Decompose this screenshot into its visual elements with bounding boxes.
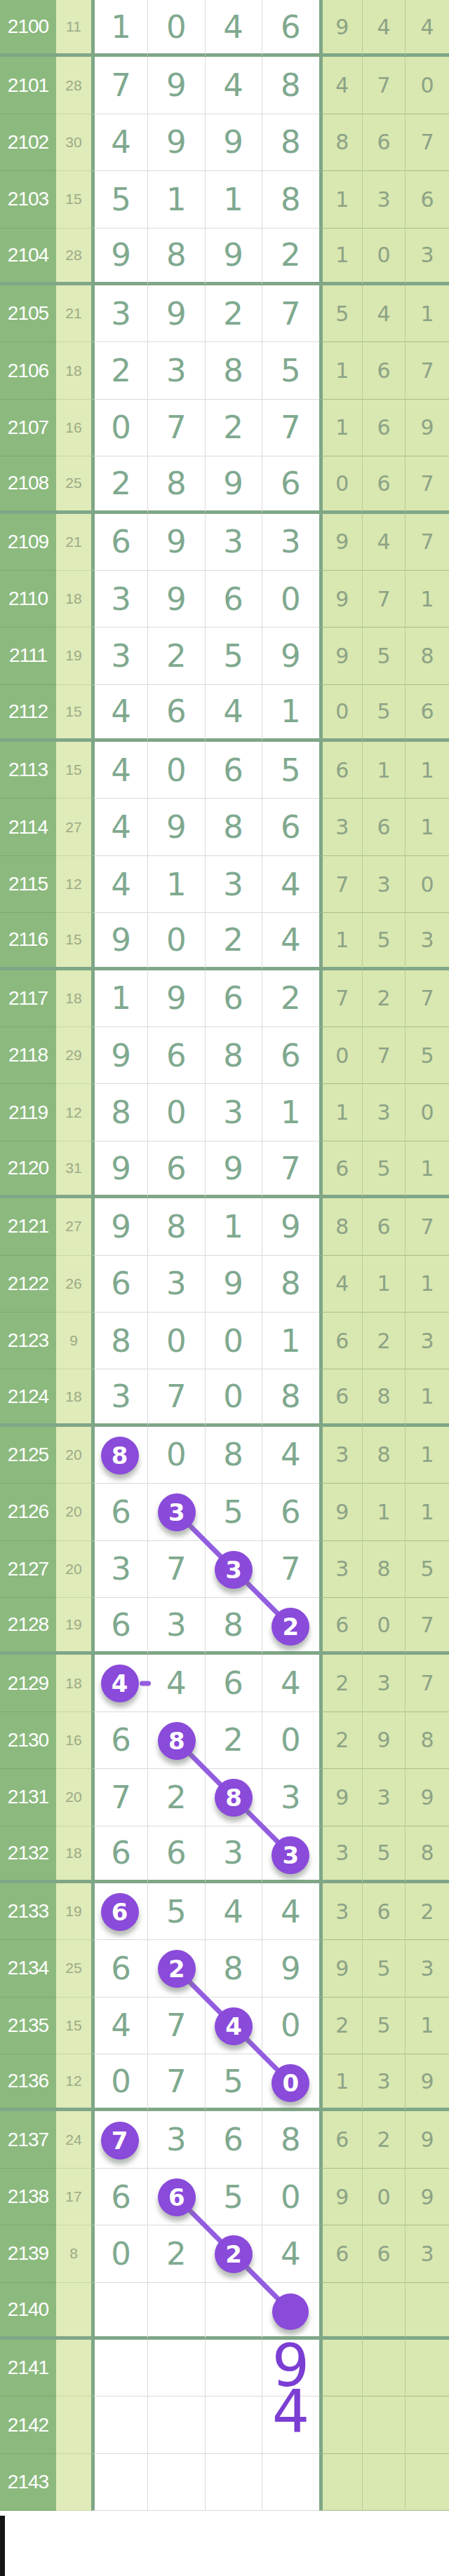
aux-digit-cell: 0 (406, 57, 449, 114)
aux-digit-cell: 9 (319, 1769, 363, 1826)
aux-digit-cell: 1 (319, 913, 363, 970)
sum-cell: 25 (56, 456, 91, 513)
aux-digit-cell: 6 (406, 171, 449, 228)
main-digit-cell: 9 (148, 57, 205, 114)
sum-cell: 15 (56, 1998, 91, 2054)
sum-cell: 19 (56, 1598, 91, 1655)
aux-digit-cell: 4 (363, 514, 406, 571)
period-cell: 2111 (0, 628, 56, 684)
period-cell: 2130 (0, 1712, 56, 1769)
main-digit-cell: 9 (148, 114, 205, 171)
aux-digit-cell: 9 (319, 514, 363, 571)
main-digit-cell: 5 (91, 171, 148, 228)
aux-digit-cell: 0 (319, 1027, 363, 1084)
main-digit-cell: 3 (262, 514, 319, 571)
aux-digit-cell: 2 (363, 1313, 406, 1369)
period-cell: 2121 (0, 1198, 56, 1255)
main-digit-cell: 4 (262, 2225, 319, 2282)
aux-digit-cell: 6 (363, 400, 406, 456)
trend-circle: 2 (272, 1608, 309, 1646)
sum-cell: 18 (56, 970, 91, 1027)
aux-digit-cell: 2 (319, 1998, 363, 2054)
main-digit-cell: 3 (91, 1369, 148, 1426)
aux-digit-cell: 3 (319, 1883, 363, 1940)
period-cell: 2143 (0, 2454, 56, 2511)
aux-digit-cell (363, 2397, 406, 2453)
main-digit-cell: 0 (206, 1313, 262, 1369)
main-digit-cell (91, 2283, 148, 2340)
main-digit-cell: 6 (262, 456, 319, 513)
aux-digit-cell: 3 (319, 1541, 363, 1598)
sum-cell: 21 (56, 514, 91, 571)
aux-digit-cell: 2 (319, 1712, 363, 1769)
aux-digit-cell: 9 (319, 1940, 363, 1997)
aux-digit-cell: 6 (319, 1369, 363, 1426)
sum-cell: 31 (56, 1141, 91, 1198)
trend-circle: 3 (272, 1836, 309, 1874)
aux-digit-cell: 0 (363, 2169, 406, 2225)
aux-digit-cell: 5 (363, 685, 406, 742)
aux-digit-cell: 0 (363, 229, 406, 285)
aux-digit-cell: 7 (319, 970, 363, 1027)
sum-cell: 20 (56, 1541, 91, 1598)
trend-circle: 8 (215, 1779, 253, 1817)
period-cell: 2131 (0, 1769, 56, 1826)
main-digit-cell: 4 (262, 1655, 319, 1711)
main-digit-cell: 2 (148, 2225, 205, 2282)
main-digit-cell: 0 (262, 571, 319, 628)
main-digit-cell (206, 2283, 262, 2340)
period-cell: 2107 (0, 400, 56, 456)
sum-cell: 15 (56, 913, 91, 970)
aux-digit-cell: 3 (319, 1826, 363, 1883)
main-digit-cell: 2 (91, 456, 148, 513)
aux-digit-cell: 6 (406, 685, 449, 742)
sum-cell: 15 (56, 685, 91, 742)
trend-dash-marker (140, 1681, 151, 1686)
main-digit-cell: 3 (91, 285, 148, 342)
aux-digit-cell (319, 2454, 363, 2511)
sum-cell (56, 2340, 91, 2397)
main-digit-cell: 9 (206, 1256, 262, 1313)
aux-digit-cell: 1 (406, 1141, 449, 1198)
main-digit-cell: 1 (206, 171, 262, 228)
aux-digit-cell: 5 (319, 285, 363, 342)
aux-digit-cell: 0 (406, 856, 449, 913)
aux-digit-cell: 2 (406, 1883, 449, 1940)
sum-cell: 21 (56, 285, 91, 342)
aux-digit-cell: 1 (406, 1484, 449, 1540)
main-digit-cell: 1 (262, 1313, 319, 1369)
sum-cell: 12 (56, 1084, 91, 1141)
aux-digit-cell: 7 (406, 1598, 449, 1655)
main-digit-cell: 3 (91, 1541, 148, 1598)
period-cell: 2134 (0, 1940, 56, 1997)
main-digit-cell: 2 (206, 285, 262, 342)
main-digit-cell (262, 2454, 319, 2511)
main-digit-cell: 3 (206, 514, 262, 571)
aux-digit-cell: 3 (363, 171, 406, 228)
main-digit-cell (206, 2340, 262, 2397)
aux-digit-cell: 9 (319, 628, 363, 684)
main-digit-cell: 9 (262, 1940, 319, 1997)
main-digit-cell (148, 2454, 205, 2511)
main-digit-cell: 8 (262, 1369, 319, 1426)
main-digit-cell: 6 (91, 2169, 148, 2225)
main-digit-cell: 3 (91, 571, 148, 628)
main-digit-cell: 5 (262, 742, 319, 799)
aux-digit-cell: 3 (319, 1427, 363, 1484)
aux-digit-cell: 1 (363, 1256, 406, 1313)
aux-digit-cell (406, 2397, 449, 2453)
sum-cell: 24 (56, 2111, 91, 2168)
main-digit-cell: 2 (206, 913, 262, 970)
main-digit-cell: 8 (206, 1027, 262, 1084)
period-cell: 2106 (0, 342, 56, 399)
aux-digit-cell: 8 (406, 628, 449, 684)
main-digit-cell: 0 (262, 2169, 319, 2225)
period-cell: 2126 (0, 1484, 56, 1540)
aux-digit-cell: 5 (363, 1940, 406, 1997)
trend-table: 2100111046944210128794847021023049988672… (0, 0, 449, 2511)
period-cell: 2103 (0, 171, 56, 228)
sum-cell: 17 (56, 2169, 91, 2225)
main-digit-cell: 0 (262, 1998, 319, 2054)
aux-digit-cell: 6 (319, 2111, 363, 2168)
main-digit-cell: 0 (91, 2225, 148, 2282)
trend-circle: 4 (101, 1665, 139, 1702)
aux-digit-cell: 7 (406, 1198, 449, 1255)
main-digit-cell: 4 (148, 1655, 205, 1711)
sum-cell: 20 (56, 1427, 91, 1484)
main-digit-cell: 6 (148, 1027, 205, 1084)
main-digit-cell: 9 (91, 1027, 148, 1084)
period-cell: 2118 (0, 1027, 56, 1084)
main-digit-cell: 6 (91, 1598, 148, 1655)
main-digit-cell: 8 (262, 114, 319, 171)
aux-digit-cell: 7 (406, 1655, 449, 1711)
aux-digit-cell: 3 (319, 799, 363, 855)
period-cell: 2110 (0, 571, 56, 628)
period-cell: 2102 (0, 114, 56, 171)
main-digit-cell: 8 (91, 1084, 148, 1141)
main-digit-cell: 4 (91, 856, 148, 913)
aux-digit-cell: 1 (363, 1484, 406, 1540)
main-digit-cell: 3 (206, 1826, 262, 1883)
main-digit-cell: 2 (148, 1769, 205, 1826)
main-digit-cell: 1 (91, 970, 148, 1027)
main-digit-cell: 8 (262, 1256, 319, 1313)
sum-cell: 9 (56, 1313, 91, 1369)
main-digit-cell: 3 (148, 342, 205, 399)
main-digit-cell: 9 (206, 114, 262, 171)
main-digit-cell: 8 (262, 57, 319, 114)
aux-digit-cell: 3 (406, 2225, 449, 2282)
aux-digit-cell: 4 (319, 57, 363, 114)
main-digit-cell: 7 (262, 1141, 319, 1198)
main-digit-cell: 6 (262, 1484, 319, 1540)
main-digit-cell: 0 (148, 0, 205, 57)
main-digit-cell: 9 (148, 285, 205, 342)
sum-cell: 15 (56, 171, 91, 228)
aux-digit-cell: 7 (406, 114, 449, 171)
aux-digit-cell: 9 (363, 1712, 406, 1769)
sum-cell (56, 2397, 91, 2453)
main-digit-cell: 8 (91, 1313, 148, 1369)
period-cell: 2132 (0, 1826, 56, 1883)
main-digit-cell: 8 (148, 456, 205, 513)
main-digit-cell: 2 (91, 342, 148, 399)
period-cell: 2120 (0, 1141, 56, 1198)
period-cell: 2136 (0, 2054, 56, 2111)
period-cell: 2112 (0, 685, 56, 742)
trend-circle: 2 (158, 1950, 196, 1988)
aux-digit-cell: 7 (363, 571, 406, 628)
main-digit-cell: 8 (262, 2111, 319, 2168)
main-digit-cell: 9 (262, 1198, 319, 1255)
main-digit-cell: 7 (148, 2054, 205, 2111)
period-cell: 2117 (0, 970, 56, 1027)
aux-digit-cell (363, 2340, 406, 2397)
sum-cell: 27 (56, 799, 91, 855)
period-cell: 2140 (0, 2283, 56, 2340)
aux-digit-cell: 3 (406, 1940, 449, 1997)
main-digit-cell: 3 (148, 1598, 205, 1655)
sum-cell: 25 (56, 1940, 91, 1997)
main-digit-cell: 8 (206, 799, 262, 855)
sum-cell: 18 (56, 1655, 91, 1711)
main-digit-cell: 2 (262, 229, 319, 285)
period-cell: 2142 (0, 2397, 56, 2453)
aux-digit-cell (406, 2340, 449, 2397)
aux-digit-cell: 9 (319, 571, 363, 628)
aux-digit-cell: 6 (363, 456, 406, 513)
aux-digit-cell: 3 (363, 2054, 406, 2111)
period-cell: 2141 (0, 2340, 56, 2397)
main-digit-cell: 1 (148, 856, 205, 913)
sum-cell: 18 (56, 1826, 91, 1883)
period-cell: 2125 (0, 1427, 56, 1484)
main-digit-cell (206, 2397, 262, 2453)
aux-digit-cell: 3 (406, 229, 449, 285)
main-digit-cell: 8 (148, 229, 205, 285)
aux-digit-cell: 5 (406, 1541, 449, 1598)
aux-digit-cell: 3 (406, 913, 449, 970)
main-digit-cell: 8 (206, 1598, 262, 1655)
aux-digit-cell: 9 (406, 2111, 449, 2168)
sum-cell: 16 (56, 400, 91, 456)
aux-digit-cell: 8 (319, 114, 363, 171)
main-digit-cell: 6 (91, 1484, 148, 1540)
main-digit-cell: 3 (91, 628, 148, 684)
main-digit-cell: 1 (148, 171, 205, 228)
aux-digit-cell: 6 (363, 799, 406, 855)
main-digit-cell: 6 (206, 742, 262, 799)
sum-cell: 12 (56, 2054, 91, 2111)
main-digit-cell: 9 (91, 229, 148, 285)
main-digit-cell: 8 (262, 171, 319, 228)
aux-digit-cell: 8 (406, 1826, 449, 1883)
main-digit-cell: 0 (262, 1712, 319, 1769)
aux-digit-cell: 3 (363, 1769, 406, 1826)
aux-digit-cell: 0 (363, 1598, 406, 1655)
main-digit-cell: 5 (262, 342, 319, 399)
aux-digit-cell: 5 (363, 628, 406, 684)
aux-digit-cell: 8 (319, 1198, 363, 1255)
trend-circle: 3 (215, 1551, 253, 1589)
main-digit-cell: 6 (206, 1655, 262, 1711)
main-digit-cell: 1 (91, 0, 148, 57)
aux-digit-cell (319, 2397, 363, 2453)
main-digit-cell: 3 (206, 1084, 262, 1141)
period-cell: 2114 (0, 799, 56, 855)
aux-digit-cell: 1 (406, 1369, 449, 1426)
main-digit-cell: 4 (91, 1998, 148, 2054)
aux-digit-cell: 8 (363, 1369, 406, 1426)
sum-cell: 27 (56, 1198, 91, 1255)
aux-digit-cell (406, 2283, 449, 2340)
main-digit-cell: 6 (91, 1826, 148, 1883)
aux-digit-cell: 9 (406, 2054, 449, 2111)
aux-digit-cell: 0 (319, 685, 363, 742)
main-digit-cell: 0 (148, 742, 205, 799)
aux-digit-cell: 8 (363, 1541, 406, 1598)
period-cell: 2105 (0, 285, 56, 342)
aux-digit-cell: 3 (363, 1655, 406, 1711)
aux-digit-cell: 1 (319, 342, 363, 399)
main-digit-cell: 9 (148, 514, 205, 571)
trend-circle: 6 (158, 2178, 196, 2216)
main-digit-cell: 5 (206, 628, 262, 684)
main-digit-cell: 7 (148, 1369, 205, 1426)
main-digit-cell (91, 2454, 148, 2511)
main-digit-cell: 9 (91, 913, 148, 970)
aux-digit-cell: 6 (319, 742, 363, 799)
main-digit-cell: 7 (91, 1769, 148, 1826)
aux-digit-cell: 2 (363, 2111, 406, 2168)
period-cell: 2135 (0, 1998, 56, 2054)
sum-cell: 19 (56, 1883, 91, 1940)
period-cell: 2100 (0, 0, 56, 57)
main-digit-cell: 7 (148, 1998, 205, 2054)
aux-digit-cell: 6 (319, 1313, 363, 1369)
main-digit-cell: 9 (91, 1141, 148, 1198)
main-digit-cell: 6 (206, 2111, 262, 2168)
main-digit-cell: 8 (148, 1198, 205, 1255)
main-digit-cell: 4 (262, 1883, 319, 1940)
aux-digit-cell: 7 (406, 342, 449, 399)
aux-digit-cell: 4 (363, 285, 406, 342)
main-digit-cell: 9 (262, 628, 319, 684)
main-digit-cell: 9 (206, 456, 262, 513)
sum-cell (56, 2454, 91, 2511)
period-cell: 2137 (0, 2111, 56, 2168)
main-digit-cell: 6 (148, 685, 205, 742)
main-digit-cell: 3 (262, 1769, 319, 1826)
aux-digit-cell: 3 (363, 1084, 406, 1141)
main-digit-cell (91, 2340, 148, 2397)
main-digit-cell (91, 2397, 148, 2453)
main-digit-cell: 1 (262, 685, 319, 742)
aux-digit-cell: 1 (319, 229, 363, 285)
aux-digit-cell: 6 (319, 1141, 363, 1198)
main-digit-cell: 7 (262, 285, 319, 342)
forecast-digit: 4 (272, 2382, 309, 2441)
main-digit-cell: 6 (262, 0, 319, 57)
aux-digit-cell: 5 (406, 1027, 449, 1084)
period-cell: 2108 (0, 456, 56, 513)
aux-digit-cell: 4 (319, 1256, 363, 1313)
main-digit-cell: 3 (206, 856, 262, 913)
main-digit-cell: 4 (91, 799, 148, 855)
aux-digit-cell: 6 (363, 114, 406, 171)
aux-digit-cell: 1 (319, 171, 363, 228)
aux-digit-cell: 1 (406, 742, 449, 799)
main-digit-cell: 5 (206, 1484, 262, 1540)
main-digit-cell: 0 (91, 2054, 148, 2111)
period-cell: 2124 (0, 1369, 56, 1426)
aux-digit-cell (319, 2340, 363, 2397)
trend-circle: 2 (215, 2235, 253, 2273)
aux-digit-cell: 7 (406, 456, 449, 513)
main-digit-cell: 5 (206, 2054, 262, 2111)
main-digit-cell: 6 (91, 1712, 148, 1769)
main-digit-cell: 7 (91, 57, 148, 114)
main-digit-cell: 7 (262, 400, 319, 456)
aux-digit-cell: 5 (363, 1141, 406, 1198)
main-digit-cell (148, 2283, 205, 2340)
main-digit-cell: 2 (148, 628, 205, 684)
aux-digit-cell: 9 (319, 1484, 363, 1540)
sum-cell: 28 (56, 57, 91, 114)
main-digit-cell: 6 (206, 970, 262, 1027)
trend-circle: 3 (158, 1493, 196, 1531)
period-cell: 2129 (0, 1655, 56, 1711)
aux-digit-cell: 0 (406, 1084, 449, 1141)
main-digit-cell: 4 (262, 1427, 319, 1484)
lottery-trend-chart: 2100111046944210128794847021023049988672… (0, 0, 449, 2576)
main-digit-cell: 3 (148, 1256, 205, 1313)
main-digit-cell: 4 (206, 0, 262, 57)
aux-digit-cell: 1 (406, 799, 449, 855)
main-digit-cell: 7 (148, 1541, 205, 1598)
aux-digit-cell (363, 2454, 406, 2511)
aux-digit-cell: 2 (363, 970, 406, 1027)
sum-cell: 15 (56, 742, 91, 799)
main-digit-cell: 0 (148, 913, 205, 970)
aux-digit-cell: 8 (406, 1712, 449, 1769)
aux-digit-cell: 1 (319, 400, 363, 456)
aux-digit-cell: 9 (406, 1769, 449, 1826)
period-cell: 2123 (0, 1313, 56, 1369)
aux-digit-cell: 1 (406, 1256, 449, 1313)
aux-digit-cell (319, 2283, 363, 2340)
aux-digit-cell: 1 (406, 1998, 449, 2054)
sum-cell: 11 (56, 0, 91, 57)
aux-digit-cell: 4 (363, 0, 406, 57)
aux-digit-cell: 9 (406, 400, 449, 456)
aux-digit-cell: 1 (319, 1084, 363, 1141)
aux-digit-cell: 5 (363, 913, 406, 970)
aux-digit-cell: 6 (319, 2225, 363, 2282)
sum-cell: 29 (56, 1027, 91, 1084)
aux-digit-cell (363, 2283, 406, 2340)
main-digit-cell: 9 (206, 1141, 262, 1198)
period-cell: 2127 (0, 1541, 56, 1598)
aux-digit-cell: 5 (363, 1998, 406, 2054)
main-digit-cell: 8 (206, 342, 262, 399)
aux-digit-cell: 1 (406, 285, 449, 342)
